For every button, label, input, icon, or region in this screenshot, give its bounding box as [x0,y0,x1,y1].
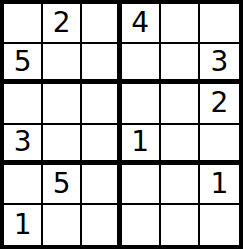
cell-r2c2[interactable] [43,44,82,84]
cell-r2c3[interactable] [82,44,121,84]
cell-r5c1[interactable] [4,165,43,205]
cell-r6c4[interactable] [122,205,161,245]
cell-r5c6[interactable]: 1 [200,165,239,205]
cell-r3c4[interactable] [122,84,161,124]
cell-r3c1[interactable] [4,84,43,124]
cell-r1c2[interactable]: 2 [43,4,82,44]
cell-r1c4[interactable]: 4 [122,4,161,44]
cell-r6c3[interactable] [82,205,121,245]
cell-r3c6[interactable]: 2 [200,84,239,124]
cell-r4c5[interactable] [161,125,200,165]
cell-r3c2[interactable] [43,84,82,124]
cell-r4c4[interactable]: 1 [122,125,161,165]
cell-r4c2[interactable] [43,125,82,165]
cell-r1c3[interactable] [82,4,121,44]
cell-r5c5[interactable] [161,165,200,205]
cell-r6c5[interactable] [161,205,200,245]
cell-r1c6[interactable] [200,4,239,44]
cell-r2c6[interactable]: 3 [200,44,239,84]
cell-r6c1[interactable]: 1 [4,205,43,245]
sudoku-board: 2 4 5 3 2 3 1 5 1 1 [0,0,243,249]
cell-r2c1[interactable]: 5 [4,44,43,84]
cell-r2c4[interactable] [122,44,161,84]
cell-r6c6[interactable] [200,205,239,245]
cell-r6c2[interactable] [43,205,82,245]
cell-r1c5[interactable] [161,4,200,44]
cell-r2c5[interactable] [161,44,200,84]
cell-r4c3[interactable] [82,125,121,165]
cell-r5c2[interactable]: 5 [43,165,82,205]
cell-r4c6[interactable] [200,125,239,165]
cell-r4c1[interactable]: 3 [4,125,43,165]
cell-r3c3[interactable] [82,84,121,124]
cell-r3c5[interactable] [161,84,200,124]
cell-r5c3[interactable] [82,165,121,205]
cell-r5c4[interactable] [122,165,161,205]
cell-r1c1[interactable] [4,4,43,44]
